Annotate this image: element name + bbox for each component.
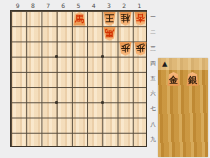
file-label: 7 [40,2,55,10]
piece-kanji: 歩 [121,43,130,55]
piece-kanji: 馬 [105,28,114,40]
rank-label: 八 [149,117,158,132]
shogi-piece-2一[interactable]: 桂 [119,12,132,26]
rank-label: 九 [149,132,158,147]
shogi-piece-3二[interactable]: 馬 [103,27,116,41]
piece-kanji: 金 [169,73,178,85]
rank-label: 一 [149,10,158,25]
file-labels: 987654321 [10,2,147,10]
rank-label: 三 [149,40,158,55]
piece-kanji: 馬 [75,13,84,25]
shogi-piece-2三[interactable]: 歩 [119,42,132,56]
hoshi-dot [101,55,104,58]
piece-kanji: 桂 [121,13,130,25]
sente-turn-marker: ▲ [162,59,167,69]
hoshi-dot [55,101,58,104]
sente-hand-pieces: 金銀 [167,72,199,86]
shogi-diagram: 987654321 一二三四五六七八九 馬王桂杏馬歩歩 ▲ 金銀 [0,0,210,158]
file-label: 1 [132,2,147,10]
hoshi-dot [101,101,104,104]
piece-kanji: 銀 [188,73,197,85]
hand-piece-金[interactable]: 金 [167,72,180,86]
piece-kanji: 杏 [136,13,145,25]
file-label: 8 [25,2,40,10]
file-label: 5 [71,2,86,10]
shogi-piece-3一[interactable]: 王 [103,12,116,26]
file-label: 3 [101,2,116,10]
rank-label: 五 [149,71,158,86]
hoshi-dot [55,55,58,58]
file-label: 2 [117,2,132,10]
file-label: 4 [86,2,101,10]
rank-label: 六 [149,86,158,101]
shogi-piece-1三[interactable]: 歩 [134,42,147,56]
piece-kanji: 王 [105,13,114,25]
komadai-piece-stand: ▲ 金銀 [158,58,208,157]
shogi-piece-5一[interactable]: 馬 [73,12,86,26]
piece-kanji: 歩 [136,43,145,55]
rank-labels: 一二三四五六七八九 [149,10,158,147]
file-label: 6 [56,2,71,10]
shogi-piece-1一[interactable]: 杏 [134,12,147,26]
rank-label: 四 [149,56,158,71]
shogi-board: 馬王桂杏馬歩歩 [10,10,147,147]
rank-label: 七 [149,101,158,116]
rank-label: 二 [149,25,158,40]
hand-piece-銀[interactable]: 銀 [186,72,199,86]
file-label: 9 [10,2,25,10]
